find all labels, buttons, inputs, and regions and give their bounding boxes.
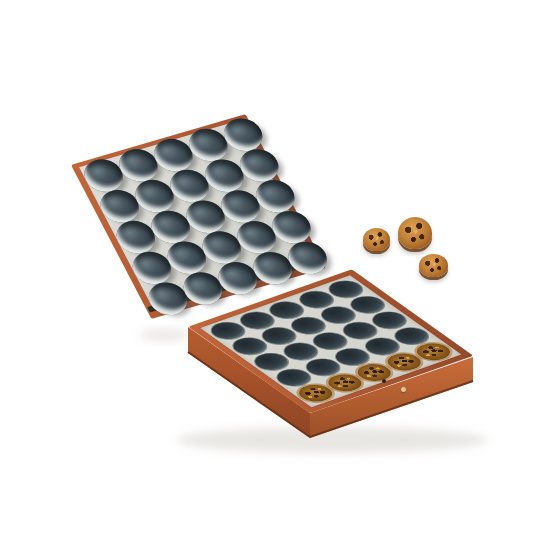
scene	[0, 0, 550, 550]
ground-shadow	[177, 427, 487, 453]
ground-shadow-left	[139, 329, 191, 341]
nail-hole-light	[401, 387, 406, 392]
tartlet	[363, 228, 390, 251]
tartlet	[398, 217, 432, 249]
nail-hole-dark	[382, 379, 386, 383]
tartlet	[419, 254, 448, 277]
